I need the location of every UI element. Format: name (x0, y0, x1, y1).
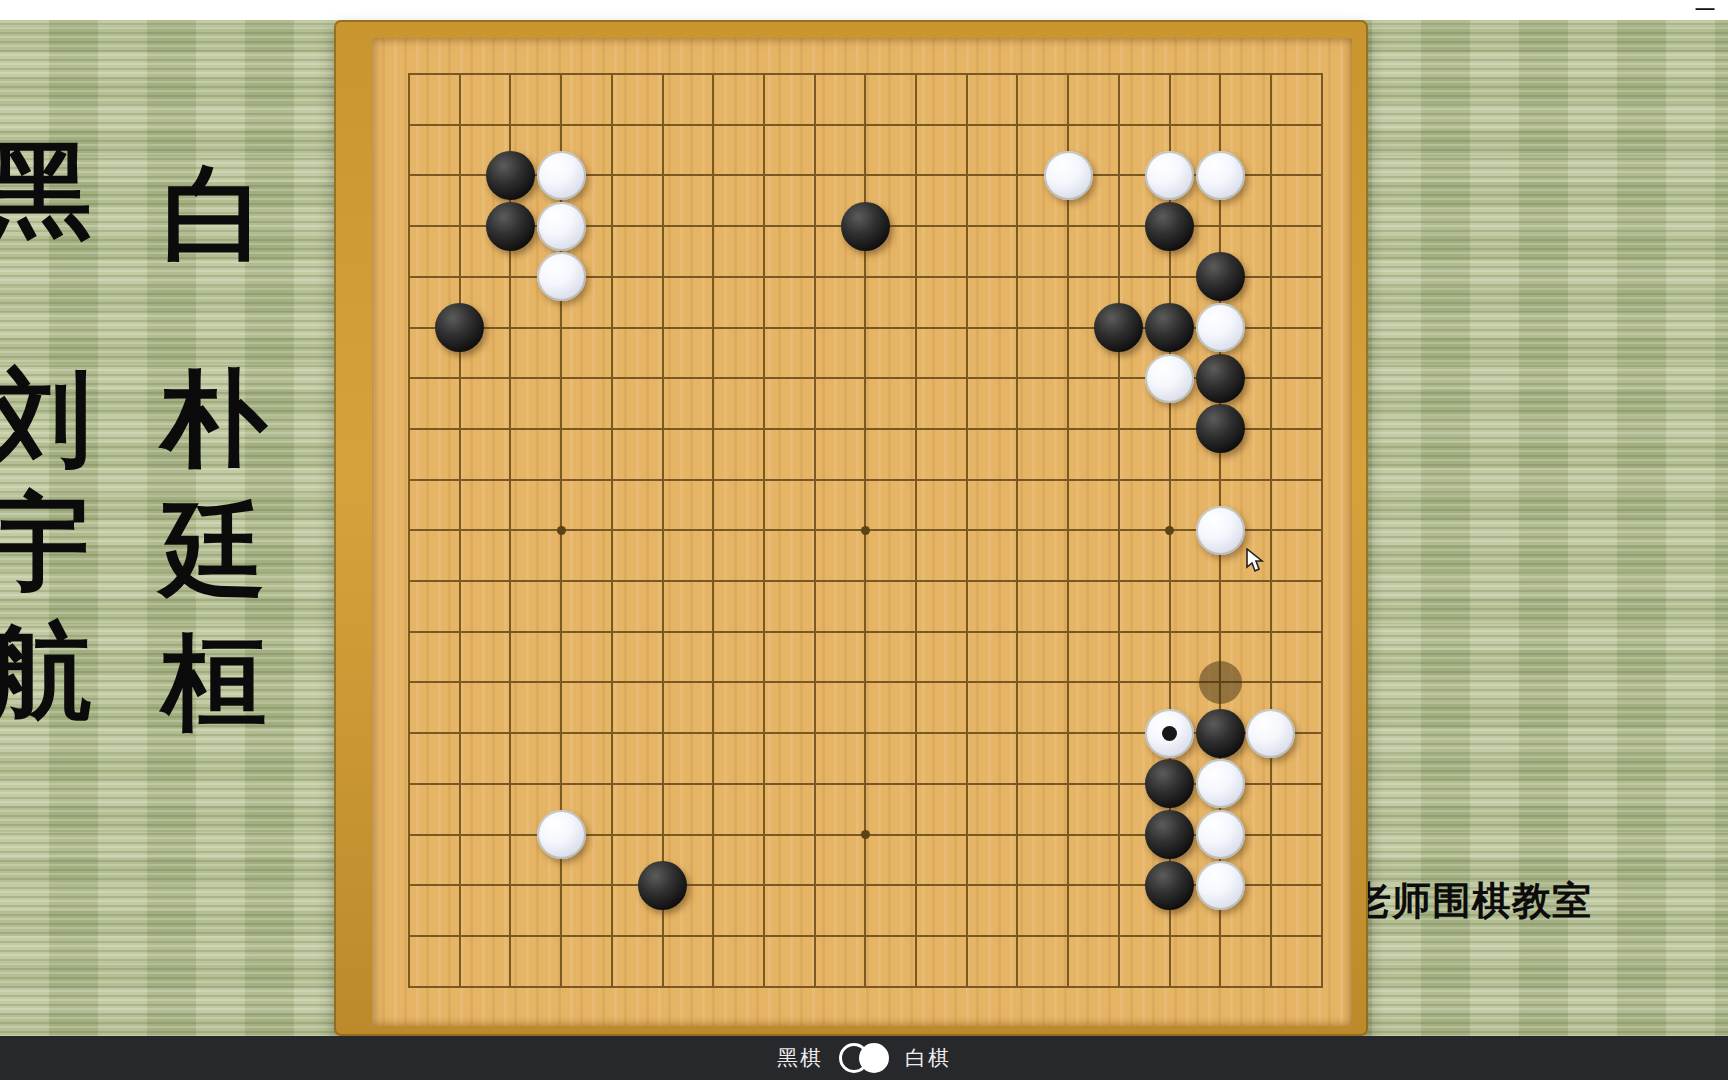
black-stone (1145, 810, 1194, 859)
black-player-name-char1: 刘 (0, 366, 92, 470)
white-stones-toggle-label[interactable]: 白棋 (905, 1044, 951, 1072)
mouse-cursor (1246, 548, 1268, 578)
grid-line-vertical (1016, 73, 1018, 988)
grid-line-horizontal (408, 935, 1323, 937)
white-stone (537, 810, 586, 859)
white-player-name-char2: 廷 (162, 498, 266, 602)
grid-line-vertical (1270, 73, 1272, 988)
white-stone (1196, 861, 1245, 910)
star-point (1165, 526, 1174, 535)
black-stone (1145, 861, 1194, 910)
grid-line-vertical (1321, 73, 1323, 988)
white-player-name-char1: 朴 (162, 366, 266, 470)
white-stone (1145, 354, 1194, 403)
white-stone (1196, 303, 1245, 352)
go-board[interactable] (334, 20, 1368, 1036)
black-stone (435, 303, 484, 352)
white-stone (1145, 709, 1194, 758)
white-stone-icon (859, 1043, 889, 1073)
black-stone (1094, 303, 1143, 352)
star-point (861, 830, 870, 839)
star-point (861, 526, 870, 535)
grid-line-vertical (966, 73, 968, 988)
black-stone (1145, 759, 1194, 808)
white-stone (537, 252, 586, 301)
grid-line-vertical (1118, 73, 1120, 988)
grid-line-vertical (915, 73, 917, 988)
black-stone (486, 151, 535, 200)
black-stone (1196, 709, 1245, 758)
white-stone (1246, 709, 1295, 758)
white-player-label: 白 (162, 162, 266, 266)
grid-line-horizontal (408, 681, 1323, 683)
black-player-name-char2: 宇 (0, 490, 90, 594)
white-stone (537, 202, 586, 251)
bottom-control-bar: 黑棋 白棋 (0, 1036, 1728, 1080)
white-stone (1196, 759, 1245, 808)
black-stone (486, 202, 535, 251)
black-player-name-char3: 航 (0, 620, 92, 724)
black-stone (1196, 354, 1245, 403)
black-stone (1196, 404, 1245, 453)
grid-line-vertical (1067, 73, 1069, 988)
black-stone (638, 861, 687, 910)
window-titlebar: — (0, 0, 1728, 20)
white-stone (1145, 151, 1194, 200)
grid-line-horizontal (408, 580, 1323, 582)
black-stones-toggle-label[interactable]: 黑棋 (777, 1044, 823, 1072)
app-window: — 黑 刘 宇 航 白 朴 廷 桓 徐老师围棋教室 黑棋 白棋 (0, 0, 1728, 1080)
minimize-button[interactable]: — (1692, 0, 1718, 19)
black-stone (1145, 303, 1194, 352)
black-stone (841, 202, 890, 251)
black-stone (1145, 202, 1194, 251)
white-stone (537, 151, 586, 200)
black-player-label: 黑 (0, 138, 92, 242)
star-point (557, 526, 566, 535)
white-stone (1044, 151, 1093, 200)
white-stone (1196, 151, 1245, 200)
grid-line-horizontal (408, 631, 1323, 633)
white-stone (1196, 506, 1245, 555)
ghost-stone-preview (1199, 661, 1242, 704)
grid-line-horizontal (408, 986, 1323, 988)
white-stone (1196, 810, 1245, 859)
black-stone (1196, 252, 1245, 301)
last-move-marker (1162, 726, 1177, 741)
white-player-name-char3: 桓 (162, 630, 266, 734)
stone-color-toggle[interactable] (839, 1043, 889, 1073)
